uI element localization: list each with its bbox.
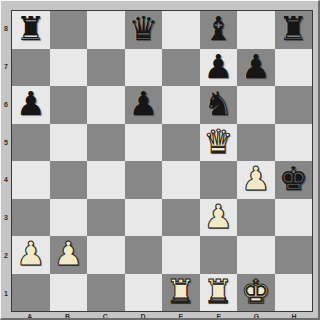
square-d1[interactable]: [125, 274, 163, 312]
square-e6[interactable]: [162, 86, 200, 124]
rank-label-1: 1: [1, 274, 11, 312]
square-f3[interactable]: ♟: [200, 199, 238, 237]
square-g8[interactable]: [237, 11, 275, 49]
square-d3[interactable]: [125, 199, 163, 237]
square-h8[interactable]: ♜: [275, 11, 313, 49]
square-c7[interactable]: [87, 49, 125, 87]
piece-white-rook-f1[interactable]: ♜: [203, 275, 233, 308]
piece-black-pawn-a6[interactable]: ♟: [16, 87, 46, 120]
board: ♜♛♝♜♟♟♟♟♞♛♟♚♟♟♟♜♜♚: [11, 10, 313, 312]
square-b8[interactable]: [50, 11, 88, 49]
rank-label-6: 6: [1, 86, 11, 124]
square-g2[interactable]: [237, 236, 275, 274]
square-b2[interactable]: ♟: [50, 236, 88, 274]
square-e2[interactable]: [162, 236, 200, 274]
square-g7[interactable]: ♟: [237, 49, 275, 87]
square-f1[interactable]: ♜: [200, 274, 238, 312]
piece-white-pawn-g4[interactable]: ♟: [241, 162, 271, 195]
square-e3[interactable]: [162, 199, 200, 237]
square-f7[interactable]: ♟: [200, 49, 238, 87]
square-c4[interactable]: [87, 161, 125, 199]
square-d5[interactable]: [125, 124, 163, 162]
rank-label-4: 4: [1, 161, 11, 199]
file-label-f: F: [200, 312, 238, 320]
piece-black-knight-f6[interactable]: ♞: [203, 87, 233, 120]
square-f5[interactable]: ♛: [200, 124, 238, 162]
square-h2[interactable]: [275, 236, 313, 274]
rank-label-8: 8: [1, 10, 11, 48]
chess-board-frame: 87654321 ♜♛♝♜♟♟♟♟♞♛♟♚♟♟♟♜♜♚ ABCDEFGH: [0, 0, 320, 320]
square-g1[interactable]: ♚: [237, 274, 275, 312]
rank-label-2: 2: [1, 237, 11, 275]
square-h7[interactable]: [275, 49, 313, 87]
square-h6[interactable]: [275, 86, 313, 124]
square-g6[interactable]: [237, 86, 275, 124]
file-label-e: E: [162, 312, 200, 320]
square-a6[interactable]: ♟: [12, 86, 50, 124]
piece-white-king-g1[interactable]: ♚: [241, 275, 271, 308]
rank-label-5: 5: [1, 123, 11, 161]
square-g3[interactable]: [237, 199, 275, 237]
file-label-h: H: [275, 312, 313, 320]
square-h1[interactable]: [275, 274, 313, 312]
square-b3[interactable]: [50, 199, 88, 237]
square-e1[interactable]: ♜: [162, 274, 200, 312]
square-f8[interactable]: ♝: [200, 11, 238, 49]
square-f6[interactable]: ♞: [200, 86, 238, 124]
piece-white-pawn-b2[interactable]: ♟: [53, 237, 83, 270]
square-h3[interactable]: [275, 199, 313, 237]
square-e4[interactable]: [162, 161, 200, 199]
piece-black-pawn-d6[interactable]: ♟: [128, 87, 158, 120]
file-label-d: D: [124, 312, 162, 320]
square-a4[interactable]: [12, 161, 50, 199]
rank-label-3: 3: [1, 199, 11, 237]
file-label-a: A: [11, 312, 49, 320]
square-b1[interactable]: [50, 274, 88, 312]
square-h5[interactable]: [275, 124, 313, 162]
piece-black-rook-a8[interactable]: ♜: [16, 12, 46, 45]
piece-white-pawn-f3[interactable]: ♟: [203, 200, 233, 233]
square-a7[interactable]: [12, 49, 50, 87]
square-b7[interactable]: [50, 49, 88, 87]
piece-black-king-h4[interactable]: ♚: [278, 162, 308, 195]
square-h4[interactable]: ♚: [275, 161, 313, 199]
file-label-c: C: [87, 312, 125, 320]
square-b6[interactable]: [50, 86, 88, 124]
square-c3[interactable]: [87, 199, 125, 237]
square-c5[interactable]: [87, 124, 125, 162]
square-d2[interactable]: [125, 236, 163, 274]
file-label-b: B: [49, 312, 87, 320]
piece-white-pawn-a2[interactable]: ♟: [16, 237, 46, 270]
square-f2[interactable]: [200, 236, 238, 274]
square-d8[interactable]: ♛: [125, 11, 163, 49]
square-c6[interactable]: [87, 86, 125, 124]
square-f4[interactable]: [200, 161, 238, 199]
square-e5[interactable]: [162, 124, 200, 162]
square-d4[interactable]: [125, 161, 163, 199]
piece-white-rook-e1[interactable]: ♜: [166, 275, 196, 308]
square-a2[interactable]: ♟: [12, 236, 50, 274]
square-g4[interactable]: ♟: [237, 161, 275, 199]
square-d6[interactable]: ♟: [125, 86, 163, 124]
piece-white-queen-f5[interactable]: ♛: [203, 125, 233, 158]
square-e8[interactable]: [162, 11, 200, 49]
square-b4[interactable]: [50, 161, 88, 199]
piece-black-pawn-f7[interactable]: ♟: [203, 50, 233, 83]
square-c1[interactable]: [87, 274, 125, 312]
piece-black-queen-d8[interactable]: ♛: [128, 12, 158, 45]
rank-labels: 87654321: [1, 10, 11, 312]
square-d7[interactable]: [125, 49, 163, 87]
piece-black-pawn-g7[interactable]: ♟: [241, 50, 271, 83]
piece-black-rook-h8[interactable]: ♜: [278, 12, 308, 45]
file-label-g: G: [238, 312, 276, 320]
square-g5[interactable]: [237, 124, 275, 162]
square-a1[interactable]: [12, 274, 50, 312]
file-labels: ABCDEFGH: [11, 312, 313, 320]
square-c8[interactable]: [87, 11, 125, 49]
square-c2[interactable]: [87, 236, 125, 274]
square-b5[interactable]: [50, 124, 88, 162]
square-a5[interactable]: [12, 124, 50, 162]
piece-black-bishop-f8[interactable]: ♝: [203, 12, 233, 45]
rank-label-7: 7: [1, 48, 11, 86]
square-a8[interactable]: ♜: [12, 11, 50, 49]
square-e7[interactable]: [162, 49, 200, 87]
square-a3[interactable]: [12, 199, 50, 237]
